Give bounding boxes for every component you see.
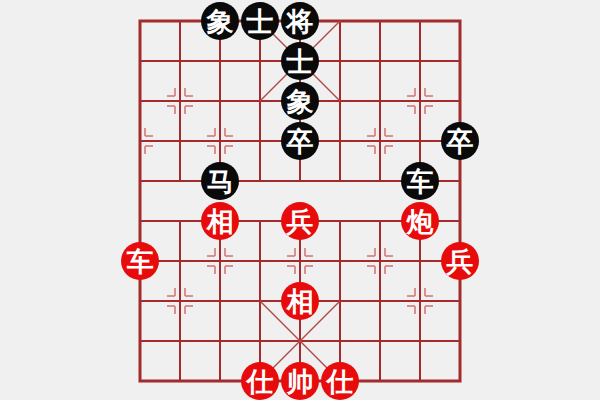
piece-red-king[interactable]: 帅 — [281, 362, 319, 400]
piece-red-soldier[interactable]: 兵 — [281, 202, 319, 240]
piece-red-soldier[interactable]: 兵 — [441, 242, 479, 280]
piece-black-soldier[interactable]: 卒 — [441, 122, 479, 160]
piece-black-chariot[interactable]: 车 — [401, 162, 439, 200]
xiangqi-board-screen: 象士将士象卒卒马车相兵炮车兵相仕帅仕 — [0, 0, 600, 400]
xiangqi-board: 象士将士象卒卒马车相兵炮车兵相仕帅仕 — [120, 1, 480, 400]
piece-black-horse[interactable]: 马 — [201, 162, 239, 200]
piece-red-elephant[interactable]: 相 — [201, 202, 239, 240]
piece-black-elephant[interactable]: 象 — [201, 2, 239, 40]
piece-red-chariot[interactable]: 车 — [121, 242, 159, 280]
piece-red-cannon[interactable]: 炮 — [401, 202, 439, 240]
piece-red-advisor[interactable]: 仕 — [241, 362, 279, 400]
piece-black-soldier[interactable]: 卒 — [281, 122, 319, 160]
piece-black-elephant[interactable]: 象 — [281, 82, 319, 120]
piece-red-advisor[interactable]: 仕 — [321, 362, 359, 400]
piece-black-advisor[interactable]: 士 — [241, 2, 279, 40]
piece-black-king[interactable]: 将 — [281, 2, 319, 40]
piece-red-elephant[interactable]: 相 — [281, 282, 319, 320]
piece-black-advisor[interactable]: 士 — [281, 42, 319, 80]
